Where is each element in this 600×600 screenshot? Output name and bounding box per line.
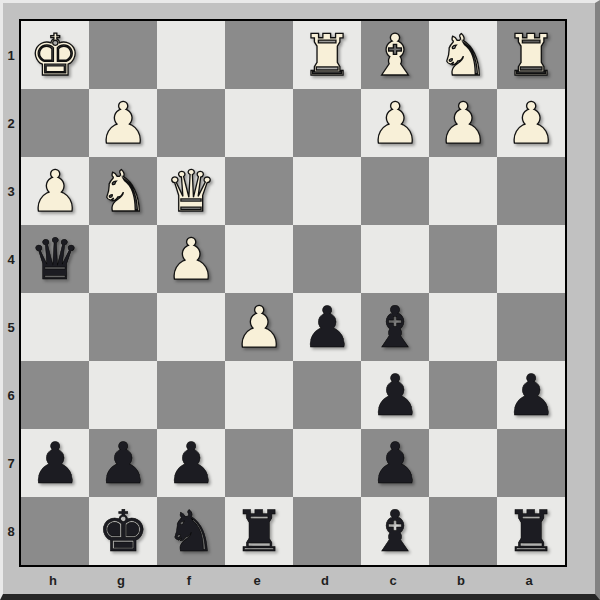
piece-wR-d1[interactable]: ♜ [301, 27, 352, 84]
rank-label-5: 5 [3, 293, 19, 361]
square-g2[interactable]: ♟︎ [89, 89, 157, 157]
square-h5[interactable] [21, 293, 89, 361]
square-d3[interactable] [293, 157, 361, 225]
file-label-b: b [427, 567, 495, 593]
square-c5[interactable]: ♝ [361, 293, 429, 361]
file-label-c: c [359, 567, 427, 593]
square-g5[interactable] [89, 293, 157, 361]
square-h4[interactable]: ♛ [21, 225, 89, 293]
piece-wP-c2[interactable]: ♟︎ [369, 95, 420, 152]
chess-board: ♚♜♝♞♜♟︎♟︎♟︎♟︎♟︎♞♛♛♟︎♟︎♟︎♝♟︎♟︎♟︎♟︎♟︎♟︎♚♞♜… [19, 19, 567, 567]
square-h1[interactable]: ♚ [21, 21, 89, 89]
square-c8[interactable]: ♝ [361, 497, 429, 565]
square-g8[interactable]: ♚ [89, 497, 157, 565]
piece-bP-c6[interactable]: ♟︎ [369, 367, 420, 424]
piece-bP-a6[interactable]: ♟︎ [505, 367, 556, 424]
rank-label-7: 7 [3, 429, 19, 497]
square-a4[interactable] [497, 225, 565, 293]
piece-wN-b1[interactable]: ♞ [437, 27, 488, 84]
square-c4[interactable] [361, 225, 429, 293]
piece-wB-c1[interactable]: ♝ [369, 27, 420, 84]
square-h6[interactable] [21, 361, 89, 429]
piece-wK-h1[interactable]: ♚ [29, 27, 80, 84]
square-e6[interactable] [225, 361, 293, 429]
square-f3[interactable]: ♛ [157, 157, 225, 225]
file-label-d: d [291, 567, 359, 593]
piece-bP-h7[interactable]: ♟︎ [29, 435, 80, 492]
square-h8[interactable] [21, 497, 89, 565]
file-label-e: e [223, 567, 291, 593]
square-b2[interactable]: ♟︎ [429, 89, 497, 157]
square-a1[interactable]: ♜ [497, 21, 565, 89]
square-d7[interactable] [293, 429, 361, 497]
rank-label-column: 12345678 [3, 21, 19, 565]
file-label-row: hgfedcba [19, 567, 567, 593]
square-d5[interactable]: ♟︎ [293, 293, 361, 361]
square-f6[interactable] [157, 361, 225, 429]
piece-wP-a2[interactable]: ♟︎ [505, 95, 556, 152]
square-a6[interactable]: ♟︎ [497, 361, 565, 429]
square-h7[interactable]: ♟︎ [21, 429, 89, 497]
square-g6[interactable] [89, 361, 157, 429]
square-e2[interactable] [225, 89, 293, 157]
piece-wR-a1[interactable]: ♜ [505, 27, 556, 84]
square-f5[interactable] [157, 293, 225, 361]
square-e4[interactable] [225, 225, 293, 293]
square-b4[interactable] [429, 225, 497, 293]
square-f4[interactable]: ♟︎ [157, 225, 225, 293]
square-d6[interactable] [293, 361, 361, 429]
chess-diagram: 12345678 ♚♜♝♞♜♟︎♟︎♟︎♟︎♟︎♞♛♛♟︎♟︎♟︎♝♟︎♟︎♟︎… [0, 0, 600, 600]
rank-label-3: 3 [3, 157, 19, 225]
piece-bB-c5[interactable]: ♝ [369, 299, 420, 356]
square-c2[interactable]: ♟︎ [361, 89, 429, 157]
square-f7[interactable]: ♟︎ [157, 429, 225, 497]
piece-bP-g7[interactable]: ♟︎ [97, 435, 148, 492]
square-b5[interactable] [429, 293, 497, 361]
piece-bK-g8[interactable]: ♚ [97, 503, 148, 560]
square-a5[interactable] [497, 293, 565, 361]
square-h3[interactable]: ♟︎ [21, 157, 89, 225]
square-c3[interactable] [361, 157, 429, 225]
file-label-a: a [495, 567, 563, 593]
square-b3[interactable] [429, 157, 497, 225]
piece-bN-f8[interactable]: ♞ [165, 503, 216, 560]
square-d1[interactable]: ♜ [293, 21, 361, 89]
square-e1[interactable] [225, 21, 293, 89]
piece-bP-d5[interactable]: ♟︎ [301, 299, 352, 356]
square-e5[interactable]: ♟︎ [225, 293, 293, 361]
square-a8[interactable]: ♜ [497, 497, 565, 565]
file-label-h: h [19, 567, 87, 593]
piece-wP-g2[interactable]: ♟︎ [97, 95, 148, 152]
square-b1[interactable]: ♞ [429, 21, 497, 89]
square-e3[interactable] [225, 157, 293, 225]
square-e8[interactable]: ♜ [225, 497, 293, 565]
piece-bR-a8[interactable]: ♜ [505, 503, 556, 560]
square-a7[interactable] [497, 429, 565, 497]
file-label-g: g [87, 567, 155, 593]
piece-wP-h3[interactable]: ♟︎ [29, 163, 80, 220]
square-g1[interactable] [89, 21, 157, 89]
square-e7[interactable] [225, 429, 293, 497]
piece-wN-g3[interactable]: ♞ [97, 163, 148, 220]
piece-bQ-h4[interactable]: ♛ [29, 231, 80, 288]
rank-label-6: 6 [3, 361, 19, 429]
piece-wP-b2[interactable]: ♟︎ [437, 95, 488, 152]
piece-wP-e5[interactable]: ♟︎ [233, 299, 284, 356]
square-a3[interactable] [497, 157, 565, 225]
square-d4[interactable] [293, 225, 361, 293]
piece-wQ-f3[interactable]: ♛ [165, 163, 216, 220]
rank-label-8: 8 [3, 497, 19, 565]
square-d8[interactable] [293, 497, 361, 565]
square-a2[interactable]: ♟︎ [497, 89, 565, 157]
square-f1[interactable] [157, 21, 225, 89]
square-g7[interactable]: ♟︎ [89, 429, 157, 497]
square-g3[interactable]: ♞ [89, 157, 157, 225]
rank-label-4: 4 [3, 225, 19, 293]
square-f8[interactable]: ♞ [157, 497, 225, 565]
square-g4[interactable] [89, 225, 157, 293]
square-c7[interactable]: ♟︎ [361, 429, 429, 497]
square-h2[interactable] [21, 89, 89, 157]
rank-label-1: 1 [3, 21, 19, 89]
file-label-f: f [155, 567, 223, 593]
square-f2[interactable] [157, 89, 225, 157]
square-b6[interactable] [429, 361, 497, 429]
square-b8[interactable] [429, 497, 497, 565]
piece-bP-c7[interactable]: ♟︎ [369, 435, 420, 492]
piece-wP-f4[interactable]: ♟︎ [165, 231, 216, 288]
square-c6[interactable]: ♟︎ [361, 361, 429, 429]
piece-bR-e8[interactable]: ♜ [233, 503, 284, 560]
square-b7[interactable] [429, 429, 497, 497]
piece-bP-f7[interactable]: ♟︎ [165, 435, 216, 492]
square-c1[interactable]: ♝ [361, 21, 429, 89]
rank-label-2: 2 [3, 89, 19, 157]
square-d2[interactable] [293, 89, 361, 157]
piece-bB-c8[interactable]: ♝ [369, 503, 420, 560]
